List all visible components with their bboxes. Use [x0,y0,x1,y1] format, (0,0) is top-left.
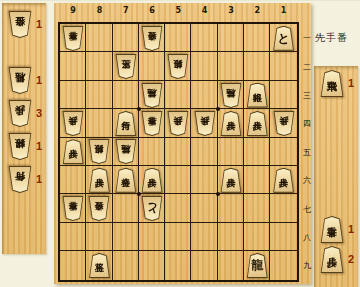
board-cell[interactable] [139,138,165,166]
piece-glyph: と [146,197,158,216]
piece-glyph: 銀将 [252,86,262,107]
board-cell[interactable] [244,166,270,194]
shogi-piece-桂馬[interactable]: 桂馬 [115,139,137,164]
shogi-piece-歩兵[interactable]: 歩兵 [88,168,110,193]
board-cell[interactable] [113,24,139,52]
rank-label: 六 [303,175,311,186]
shogi-piece-香車[interactable]: 香車 [141,111,163,136]
hand-piece-count: 1 [348,223,354,235]
piece-glyph: 歩兵 [147,171,157,192]
piece-glyph: 桂馬 [226,84,236,105]
board-cell[interactable] [191,223,217,251]
hand-piece-count: 1 [348,77,354,89]
shogi-piece-桂馬[interactable]: 桂馬 [8,67,32,94]
piece-glyph: と [277,31,289,50]
board-cell[interactable] [244,24,270,52]
shogi-piece-桂馬[interactable]: 桂馬 [220,83,242,108]
piece-glyph: 歩兵 [226,114,236,135]
board-cell[interactable] [113,81,139,109]
piece-glyph: 歩兵 [279,112,289,133]
board-cell[interactable] [86,109,112,137]
board-cell[interactable] [270,138,296,166]
board-cell[interactable] [60,52,86,80]
piece-glyph: 香車 [68,27,78,48]
shogi-piece-歩兵[interactable]: 歩兵 [194,111,216,136]
hand-piece-count: 2 [348,253,354,265]
piece-glyph: 歩兵 [173,112,183,133]
turn-indicator: 先手番 [315,31,348,45]
shogi-piece-と[interactable]: と [141,196,163,221]
piece-glyph: 金将 [121,171,131,192]
shogi-piece-角行[interactable]: 角行 [8,166,32,193]
piece-face: 歩兵 [274,112,294,135]
shogi-piece-歩兵[interactable]: 歩兵 [167,111,189,136]
hand-piece-count: 1 [36,18,42,30]
hand-piece-count: 3 [36,107,42,119]
board-cell[interactable] [139,251,165,279]
board-cell[interactable] [165,138,191,166]
file-label: 3 [228,6,234,16]
board-cell[interactable] [139,52,165,80]
file-label: 9 [70,6,76,16]
piece-glyph: 香車 [147,112,157,133]
piece-face: 金将 [89,197,109,220]
board-cell[interactable] [60,166,86,194]
rank-label: 九 [303,260,311,271]
rank-label: 四 [303,118,311,129]
board-cell[interactable] [86,24,112,52]
board-cell[interactable] [191,138,217,166]
piece-glyph: 歩兵 [252,114,262,135]
piece-glyph: 歩兵 [68,142,78,163]
piece-glyph: 歩兵 [327,249,338,272]
board-cell[interactable] [218,251,244,279]
file-label: 5 [176,6,182,16]
board-cell[interactable] [165,24,191,52]
board-cell[interactable] [270,194,296,222]
rank-label: 一 [303,33,311,44]
shogi-piece-歩兵[interactable]: 歩兵 [320,246,344,273]
gote-hand-stand: 金将1桂馬1歩兵3銀将1角行1 [2,3,46,254]
shogi-piece-銀将[interactable]: 銀将 [88,139,110,164]
piece-glyph: 歩兵 [279,171,289,192]
board-cell[interactable] [86,223,112,251]
board-cell[interactable] [113,251,139,279]
shogi-piece-香車[interactable]: 香車 [62,196,84,221]
hand-piece-count: 1 [36,173,42,185]
board-cell[interactable] [60,223,86,251]
board-cell[interactable] [113,194,139,222]
board-cell[interactable] [165,223,191,251]
shogi-piece-金将[interactable]: 金将 [115,168,137,193]
shogi-piece-銀将[interactable]: 銀将 [246,83,268,108]
rank-label: 七 [303,203,311,214]
piece-glyph: 金将 [147,27,157,48]
rank-label: 五 [303,146,311,157]
shogi-piece-歩兵[interactable]: 歩兵 [246,111,268,136]
shogi-piece-玉将[interactable]: 玉将 [88,253,110,278]
board-cell[interactable] [165,166,191,194]
piece-glyph: 香車 [68,197,78,218]
rank-label: 八 [303,232,311,243]
piece-glyph: 王将 [121,55,131,76]
board-cell[interactable] [191,52,217,80]
board-cell[interactable] [270,81,296,109]
board-cell[interactable] [244,52,270,80]
file-label: 4 [202,6,208,16]
shogi-piece-歩兵[interactable]: 歩兵 [62,111,84,136]
board-cell[interactable] [218,194,244,222]
file-label: 8 [97,6,103,16]
board-cell[interactable] [270,251,296,279]
shogi-board: 香車金将と王将銀将桂馬桂馬銀将歩兵角行香車歩兵歩兵歩兵歩兵歩兵歩兵銀将桂馬歩兵金… [54,3,311,284]
shogi-piece-歩兵[interactable]: 歩兵 [220,111,242,136]
piece-glyph: 桂馬 [15,68,26,91]
rank-label: 三 [303,90,311,101]
piece-glyph: 龍 [251,258,263,277]
shogi-piece-歩兵[interactable]: 歩兵 [273,111,295,136]
board-cell[interactable] [139,223,165,251]
shogi-piece-金将[interactable]: 金将 [88,196,110,221]
piece-glyph: 角行 [15,167,26,190]
board-cell[interactable] [191,81,217,109]
shogi-piece-歩兵[interactable]: 歩兵 [141,168,163,193]
board-cell[interactable] [165,251,191,279]
board-cell[interactable] [86,52,112,80]
board-cell[interactable] [244,194,270,222]
board-cell[interactable] [270,223,296,251]
shogi-app: 金将1桂馬1歩兵3銀将1角行1 香車金将と王将銀将桂馬桂馬銀将歩兵角行香車歩兵歩… [0,0,360,287]
hand-piece-count: 1 [36,74,42,86]
board-cell[interactable] [218,223,244,251]
board-grid: 香車金将と王将銀将桂馬桂馬銀将歩兵角行香車歩兵歩兵歩兵歩兵歩兵歩兵銀将桂馬歩兵金… [58,22,299,282]
file-label: 1 [281,6,287,16]
board-cell[interactable] [60,251,86,279]
board-cell[interactable] [244,138,270,166]
shogi-piece-香車[interactable]: 香車 [320,216,344,243]
piece-glyph: 銀将 [173,55,183,76]
file-label: 7 [123,6,129,16]
rank-label: 二 [303,61,311,72]
piece-glyph: 桂馬 [121,140,131,161]
piece-glyph: 歩兵 [15,101,26,124]
board-cell[interactable] [113,223,139,251]
shogi-piece-王将[interactable]: 王将 [115,54,137,79]
piece-glyph: 歩兵 [200,112,210,133]
sente-hand-stand: 飛車1香車1歩兵2 [314,66,358,287]
shogi-piece-飛車[interactable]: 飛車 [320,70,344,97]
shogi-piece-歩兵[interactable]: 歩兵 [62,139,84,164]
file-label: 2 [254,6,260,16]
piece-glyph: 桂馬 [147,84,157,105]
board-cell[interactable] [191,24,217,52]
board-cell[interactable] [165,81,191,109]
piece-glyph: 歩兵 [226,171,236,192]
piece-glyph: 飛車 [327,73,338,96]
shogi-piece-桂馬[interactable]: 桂馬 [141,83,163,108]
piece-glyph: 角行 [121,114,131,135]
board-cell[interactable] [165,194,191,222]
board-cell[interactable] [191,194,217,222]
shogi-piece-金将[interactable]: 金将 [8,11,32,38]
shogi-piece-銀将[interactable]: 銀将 [167,54,189,79]
shogi-piece-銀将[interactable]: 銀将 [8,133,32,160]
board-cell[interactable] [218,138,244,166]
board-cell[interactable] [191,166,217,194]
board-cell[interactable] [86,81,112,109]
piece-glyph: 金将 [15,12,26,35]
board-cell[interactable] [270,52,296,80]
shogi-piece-歩兵[interactable]: 歩兵 [8,100,32,127]
piece-glyph: 銀将 [15,134,26,157]
shogi-piece-歩兵[interactable]: 歩兵 [273,168,295,193]
board-cell[interactable] [191,251,217,279]
piece-glyph: 歩兵 [94,171,104,192]
shogi-piece-と[interactable]: と [273,26,295,51]
file-label: 6 [149,6,155,16]
shogi-piece-金将[interactable]: 金将 [141,26,163,51]
shogi-piece-歩兵[interactable]: 歩兵 [220,168,242,193]
board-cell[interactable] [218,52,244,80]
board-cell[interactable] [244,223,270,251]
shogi-piece-香車[interactable]: 香車 [62,26,84,51]
shogi-piece-角行[interactable]: 角行 [115,111,137,136]
shogi-piece-龍[interactable]: 龍 [246,253,268,278]
piece-glyph: 玉将 [94,256,104,277]
piece-glyph: 銀将 [94,140,104,161]
hand-piece-count: 1 [36,140,42,152]
piece-glyph: 金将 [94,197,104,218]
piece-glyph: 歩兵 [68,112,78,133]
board-cell[interactable] [60,81,86,109]
board-cell[interactable] [218,24,244,52]
piece-glyph: 香車 [327,219,338,242]
